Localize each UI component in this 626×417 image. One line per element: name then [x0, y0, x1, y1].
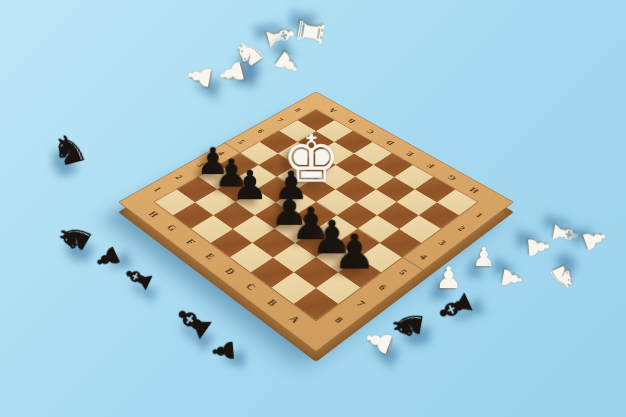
scattered-white-pawn-icon: ♟: [523, 233, 553, 260]
scattered-black-knight-icon: ♞: [386, 305, 429, 345]
scattered-black-bishop-icon: ♝: [116, 257, 160, 299]
scattered-white-pawn-icon: ♟: [497, 265, 527, 292]
scattered-white-pawn-icon: ♟: [436, 263, 463, 293]
scattered-black-knight-icon: ♞: [47, 126, 92, 174]
scattered-white-knight-icon: ♞: [544, 258, 581, 297]
scattered-white-pawn-icon: ♟: [472, 244, 495, 270]
black-pawn-icon: ♟: [289, 228, 420, 276]
scattered-black-pawn-icon: ♟: [209, 337, 239, 364]
scattered-white-pawn-icon: ♟: [214, 56, 250, 90]
photo-background: ABCDEFGH HGFEDCBA 87654321 12345678 ♚♟♟♟…: [0, 0, 626, 417]
